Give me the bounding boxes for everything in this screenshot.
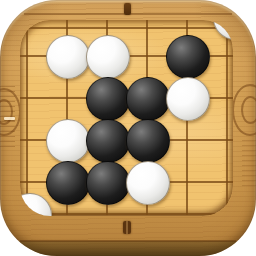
go-app-icon xyxy=(0,0,256,256)
stone-white xyxy=(166,77,210,121)
stone-black xyxy=(46,161,90,205)
stone-white xyxy=(46,35,90,79)
grid-vline xyxy=(226,20,228,215)
frame-bottom-clamp-icon xyxy=(123,221,131,234)
frame-bottom-seam xyxy=(20,240,236,242)
frame-top-clamp-icon xyxy=(124,3,131,15)
stone-black xyxy=(86,119,130,163)
stone-black xyxy=(86,161,130,205)
go-board[interactable] xyxy=(20,20,233,216)
stone-white xyxy=(20,193,52,216)
wood-grain-right xyxy=(242,140,256,190)
stone-white xyxy=(46,119,90,163)
grid-hline xyxy=(20,27,233,29)
stone-white xyxy=(86,35,130,79)
stone-black xyxy=(126,119,170,163)
stone-black xyxy=(86,77,130,121)
stone-white xyxy=(213,20,233,40)
wood-grain-left xyxy=(0,86,15,148)
stone-black xyxy=(126,77,170,121)
stone-white xyxy=(126,161,170,205)
frame-bottom-band xyxy=(0,241,256,256)
stone-black xyxy=(166,35,210,79)
grid-vline xyxy=(26,20,28,215)
wood-knot-right-inner-icon xyxy=(241,96,256,124)
